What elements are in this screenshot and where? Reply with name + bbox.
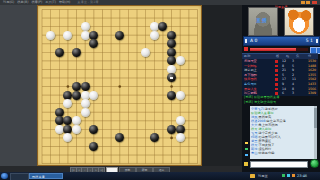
start-button[interactable]	[1, 173, 8, 180]
emoticon-icon[interactable]	[244, 162, 248, 166]
chat-line: 青山:中盘见分晓	[251, 151, 313, 155]
black-stone	[72, 48, 81, 57]
minimize-button[interactable]	[301, 1, 305, 4]
clock-bar: A 0 5 1	[243, 36, 320, 46]
rank-badge-icon	[275, 65, 278, 68]
rank-badge-icon	[275, 83, 278, 86]
rank-badge-icon	[275, 88, 278, 91]
black-stone	[115, 31, 124, 40]
black-stone	[167, 91, 176, 100]
tray-network-icon[interactable]	[287, 174, 290, 177]
white-stone	[46, 31, 55, 40]
chat-input[interactable]	[250, 161, 308, 169]
white-stone	[81, 99, 90, 108]
white-stone	[72, 125, 81, 134]
rank-badge-icon	[275, 69, 278, 72]
score-bar-fill	[250, 48, 296, 51]
tray-text: 对局室	[258, 173, 268, 179]
white-stone	[150, 22, 159, 31]
send-button[interactable]	[310, 159, 319, 168]
close-button[interactable]	[312, 1, 317, 4]
system-message-area: [系统] 欢迎观看围棋直播[系统] 请文明交流聊天	[242, 95, 318, 106]
white-stone	[89, 91, 98, 100]
app-window: 对局(G)棋盘(B)棋谱(P)工具(T)帮助(H) 直播室 - 第1谱 对局直播…	[0, 0, 320, 180]
chat-username: 青山:	[251, 151, 258, 155]
taskbar-app-button[interactable]	[10, 173, 29, 180]
black-stone	[72, 91, 81, 100]
clock-tick-icon	[316, 39, 318, 43]
taskbar-app-button-active[interactable]: 围棋直播	[29, 173, 63, 179]
watermark-text: 直播	[256, 17, 306, 23]
system-message: [系统] 请文明交流聊天	[244, 100, 318, 105]
player-list-body: 海阔天空 12 3 1530 一剑封喉 8 5 1488 清泉石上 21 9 1…	[242, 59, 318, 96]
white-stone	[150, 31, 159, 40]
os-taskbar: 围棋直播 对局室 23:46	[0, 172, 320, 180]
last-move-marker	[170, 77, 173, 80]
side-marker-icon	[245, 142, 248, 144]
white-stone	[81, 22, 90, 31]
sidebar: 对局直播 直播 A 0 5 1 昵称段胜负分 海阔天空 12 3 1530 一剑	[242, 5, 320, 172]
score-bar-track	[250, 48, 308, 51]
side-marker-icon	[245, 148, 248, 150]
white-stone	[55, 125, 64, 134]
black-clock: A 0	[250, 37, 257, 45]
black-stone	[81, 82, 90, 91]
tray-folder-icon[interactable]	[250, 174, 255, 179]
rank-badge-icon	[275, 74, 278, 77]
white-stone	[81, 31, 90, 40]
tray-alert-icon[interactable]	[292, 174, 295, 177]
white-stone	[176, 116, 185, 125]
rank-badge-icon	[275, 60, 278, 63]
white-clock: 5 1	[306, 37, 313, 45]
window-path-label: 直播室 - 第1谱	[77, 0, 98, 4]
chat-input-row	[242, 159, 320, 168]
white-stone	[141, 48, 150, 57]
chat-log[interactable]: 小李飞刀:这手棋好欢迎进入直播间清风:黑棋厚实棋迷2008:白左边有点薄大大:角…	[250, 106, 314, 159]
left-panel-strip	[0, 5, 37, 166]
white-stone	[176, 91, 185, 100]
black-stone	[167, 125, 176, 134]
board-right-gap	[202, 5, 242, 166]
menu-items: 对局(G)棋盘(B)棋谱(P)工具(T)帮助(H)	[0, 0, 70, 4]
go-board[interactable]	[37, 5, 202, 166]
white-stone	[81, 108, 90, 117]
tray-shield-icon[interactable]	[282, 174, 285, 177]
black-stone	[55, 48, 64, 57]
red-marker-icon	[244, 47, 248, 51]
maximize-button[interactable]	[306, 1, 310, 4]
clock-tick-icon	[245, 39, 247, 43]
tray-clock: 23:46	[297, 173, 307, 179]
score-bar-row	[243, 46, 318, 52]
black-stone	[55, 116, 64, 125]
side-marker-icon	[245, 154, 248, 156]
rank-badge-icon	[275, 78, 278, 81]
chat-scrollbar[interactable]	[314, 106, 317, 159]
chat-scrollbar-thumb[interactable]	[314, 108, 317, 128]
player-list-table[interactable]: 昵称段胜负分 海阔天空 12 3 1530 一剑封喉 8 5 1488 清泉石上…	[242, 53, 318, 96]
